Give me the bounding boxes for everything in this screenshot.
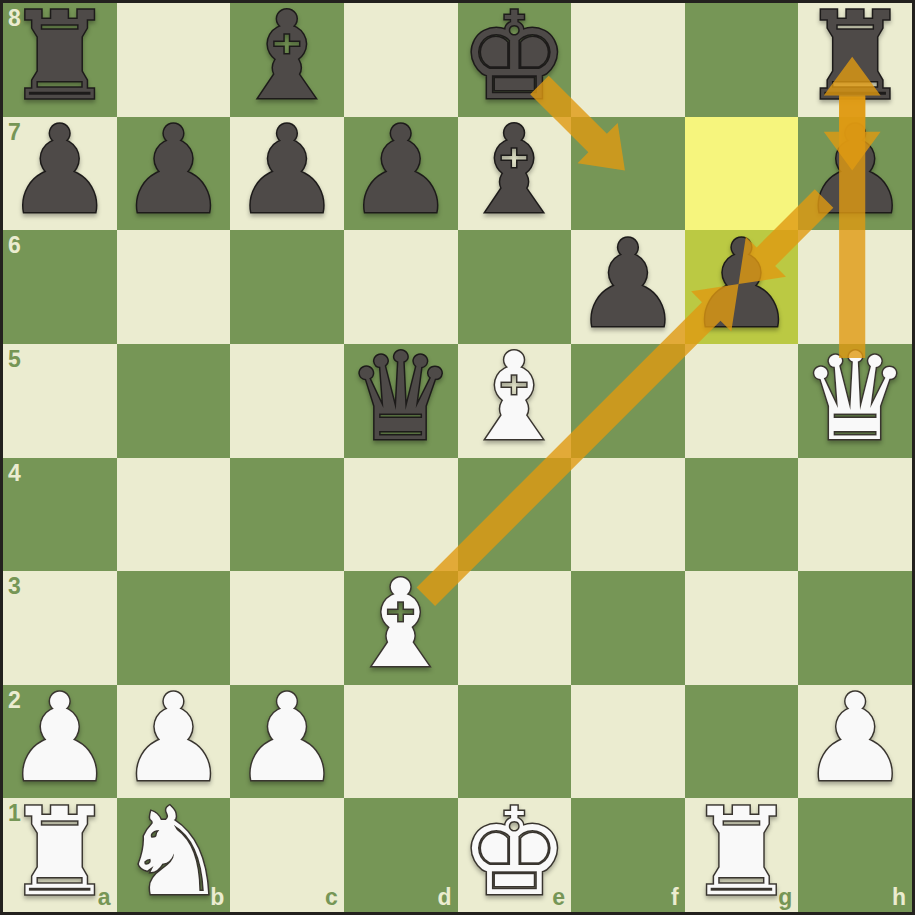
- piece-black-pawn-d7[interactable]: ♟: [344, 114, 458, 228]
- square-c2[interactable]: ♟: [230, 685, 344, 799]
- rank-label-4: 4: [8, 462, 21, 485]
- piece-white-bishop-d3[interactable]: ♝: [344, 568, 458, 682]
- square-h1[interactable]: h: [798, 798, 912, 912]
- piece-black-king-e8[interactable]: ♚: [458, 0, 572, 114]
- file-label-f: f: [671, 886, 679, 909]
- piece-black-pawn-a7[interactable]: ♟: [3, 114, 117, 228]
- square-d1[interactable]: d: [344, 798, 458, 912]
- piece-black-rook-a8[interactable]: ♜: [3, 0, 117, 114]
- piece-white-pawn-b2[interactable]: ♟: [117, 682, 231, 796]
- square-a7[interactable]: 7♟: [3, 117, 117, 231]
- square-a1[interactable]: 1a♜: [3, 798, 117, 912]
- rank-label-3: 3: [8, 575, 21, 598]
- piece-white-rook-a1[interactable]: ♜: [3, 795, 117, 909]
- piece-black-queen-d5[interactable]: ♛: [344, 341, 458, 455]
- piece-white-knight-b1[interactable]: ♞: [117, 795, 231, 909]
- square-b7[interactable]: ♟: [117, 117, 231, 231]
- piece-black-bishop-e7[interactable]: ♝: [458, 114, 572, 228]
- piece-black-pawn-c7[interactable]: ♟: [230, 114, 344, 228]
- piece-white-pawn-h2[interactable]: ♟: [798, 682, 912, 796]
- rank-label-5: 5: [8, 348, 21, 371]
- square-f6[interactable]: ♟: [571, 230, 685, 344]
- piece-black-bishop-c8[interactable]: ♝: [230, 0, 344, 114]
- piece-white-pawn-a2[interactable]: ♟: [3, 682, 117, 796]
- square-e4[interactable]: [458, 458, 572, 572]
- square-a6[interactable]: 6: [3, 230, 117, 344]
- piece-white-bishop-e5[interactable]: ♝: [458, 341, 572, 455]
- square-b6[interactable]: [117, 230, 231, 344]
- piece-white-king-e1[interactable]: ♚: [458, 795, 572, 909]
- square-f8[interactable]: [571, 3, 685, 117]
- piece-black-pawn-h7[interactable]: ♟: [798, 114, 912, 228]
- square-d5[interactable]: ♛: [344, 344, 458, 458]
- square-d2[interactable]: [344, 685, 458, 799]
- square-h4[interactable]: [798, 458, 912, 572]
- square-c4[interactable]: [230, 458, 344, 572]
- file-label-d: d: [437, 886, 451, 909]
- file-label-h: h: [892, 886, 906, 909]
- square-d3[interactable]: ♝: [344, 571, 458, 685]
- square-b1[interactable]: b♞: [117, 798, 231, 912]
- square-e5[interactable]: ♝: [458, 344, 572, 458]
- square-h2[interactable]: ♟: [798, 685, 912, 799]
- square-b5[interactable]: [117, 344, 231, 458]
- piece-white-queen-h5[interactable]: ♛: [798, 341, 912, 455]
- square-c6[interactable]: [230, 230, 344, 344]
- piece-white-pawn-c2[interactable]: ♟: [230, 682, 344, 796]
- square-a5[interactable]: 5: [3, 344, 117, 458]
- square-g5[interactable]: [685, 344, 799, 458]
- square-h7[interactable]: ♟: [798, 117, 912, 231]
- square-e3[interactable]: [458, 571, 572, 685]
- square-e7[interactable]: ♝: [458, 117, 572, 231]
- square-h5[interactable]: ♛: [798, 344, 912, 458]
- chess-board: 8♜♝♚♜7♟♟♟♟♝♟6♟♟5♛♝♛43♝2♟♟♟♟1a♜b♞cde♚fg♜h: [3, 3, 912, 912]
- square-c5[interactable]: [230, 344, 344, 458]
- piece-black-pawn-b7[interactable]: ♟: [117, 114, 231, 228]
- square-d7[interactable]: ♟: [344, 117, 458, 231]
- square-g6[interactable]: ♟: [685, 230, 799, 344]
- board-frame: 8♜♝♚♜7♟♟♟♟♝♟6♟♟5♛♝♛43♝2♟♟♟♟1a♜b♞cde♚fg♜h: [0, 0, 915, 915]
- piece-black-pawn-g6[interactable]: ♟: [685, 227, 799, 341]
- square-f3[interactable]: [571, 571, 685, 685]
- square-f4[interactable]: [571, 458, 685, 572]
- square-e1[interactable]: e♚: [458, 798, 572, 912]
- square-a4[interactable]: 4: [3, 458, 117, 572]
- piece-white-rook-g1[interactable]: ♜: [685, 795, 799, 909]
- square-g3[interactable]: [685, 571, 799, 685]
- rank-label-6: 6: [8, 234, 21, 257]
- square-b4[interactable]: [117, 458, 231, 572]
- piece-black-pawn-f6[interactable]: ♟: [571, 227, 685, 341]
- square-g8[interactable]: [685, 3, 799, 117]
- square-f5[interactable]: [571, 344, 685, 458]
- square-g4[interactable]: [685, 458, 799, 572]
- square-f2[interactable]: [571, 685, 685, 799]
- square-f1[interactable]: f: [571, 798, 685, 912]
- square-c7[interactable]: ♟: [230, 117, 344, 231]
- square-c1[interactable]: c: [230, 798, 344, 912]
- square-g1[interactable]: g♜: [685, 798, 799, 912]
- piece-black-rook-h8[interactable]: ♜: [798, 0, 912, 114]
- file-label-c: c: [325, 886, 338, 909]
